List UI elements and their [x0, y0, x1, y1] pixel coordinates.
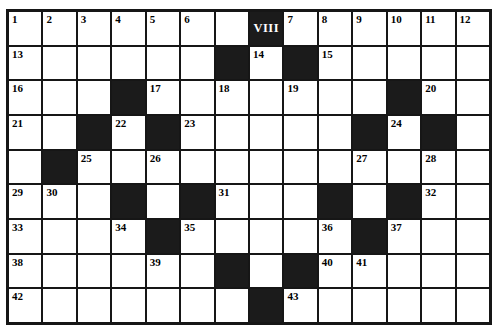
- cell-r2c10[interactable]: 15: [319, 47, 351, 80]
- cell-r2c13[interactable]: [422, 47, 454, 80]
- crossword-page: 123456VIII789101112131415161718192021222…: [0, 0, 500, 333]
- cell-r9c11[interactable]: [353, 289, 385, 322]
- cell-r9c12[interactable]: [388, 289, 420, 322]
- cell-r3c7[interactable]: 18: [216, 81, 248, 114]
- clue-number: 7: [287, 13, 293, 25]
- clue-number: 17: [150, 82, 161, 94]
- cell-r8c8[interactable]: [250, 255, 282, 288]
- cell-r2c4[interactable]: [112, 47, 144, 80]
- clue-number: 5: [150, 13, 156, 25]
- cell-r1c9[interactable]: 7: [284, 12, 316, 45]
- block-cell-r7c5: [147, 220, 179, 253]
- clue-number: 39: [150, 256, 161, 268]
- clue-number: 31: [219, 186, 230, 198]
- cell-r9c4[interactable]: [112, 289, 144, 322]
- cell-r2c14[interactable]: [457, 47, 489, 80]
- cell-r6c2[interactable]: 30: [43, 185, 75, 218]
- cell-r8c11[interactable]: 41: [353, 255, 385, 288]
- cell-r7c8[interactable]: [250, 220, 282, 253]
- cell-r4c7[interactable]: [216, 116, 248, 149]
- clue-number: 42: [12, 290, 23, 302]
- cell-r5c10[interactable]: [319, 151, 351, 184]
- cell-r1c2[interactable]: 2: [43, 12, 75, 45]
- cell-r5c7[interactable]: [216, 151, 248, 184]
- clue-number: 43: [287, 290, 298, 302]
- cell-r9c13[interactable]: [422, 289, 454, 322]
- block-cell-r6c6: [181, 185, 213, 218]
- clue-number: 26: [150, 152, 161, 164]
- cell-r8c1[interactable]: 38: [9, 255, 41, 288]
- block-cell-r4c3: [78, 116, 110, 149]
- clue-number: 30: [46, 186, 57, 198]
- clue-number: 36: [322, 221, 333, 233]
- cell-r1c12[interactable]: 10: [388, 12, 420, 45]
- cell-r7c7[interactable]: [216, 220, 248, 253]
- cell-r9c14[interactable]: [457, 289, 489, 322]
- cell-r7c2[interactable]: [43, 220, 75, 253]
- clue-number: 34: [115, 221, 126, 233]
- clue-number: 4: [115, 13, 121, 25]
- clue-number: 1: [12, 13, 18, 25]
- clue-number: 20: [425, 82, 436, 94]
- clue-number: 28: [425, 152, 436, 164]
- cell-r6c1[interactable]: 29: [9, 185, 41, 218]
- cell-r9c3[interactable]: [78, 289, 110, 322]
- clue-number: 23: [184, 117, 195, 129]
- cell-r9c10[interactable]: [319, 289, 351, 322]
- cell-r7c3[interactable]: [78, 220, 110, 253]
- cell-r7c14[interactable]: [457, 220, 489, 253]
- cell-r1c7[interactable]: [216, 12, 248, 45]
- cell-r5c13[interactable]: 28: [422, 151, 454, 184]
- cell-r7c6[interactable]: 35: [181, 220, 213, 253]
- cell-r5c6[interactable]: [181, 151, 213, 184]
- clue-number: 32: [425, 186, 436, 198]
- crossword-board: 123456VIII789101112131415161718192021222…: [6, 9, 492, 325]
- clue-number: 12: [460, 13, 471, 25]
- cell-r3c2[interactable]: [43, 81, 75, 114]
- cell-r4c9[interactable]: [284, 116, 316, 149]
- cell-r5c3[interactable]: 25: [78, 151, 110, 184]
- clue-number: 37: [391, 221, 402, 233]
- cell-r1c5[interactable]: 5: [147, 12, 179, 45]
- clue-number: 33: [12, 221, 23, 233]
- clue-number: 8: [322, 13, 328, 25]
- cell-r8c12[interactable]: [388, 255, 420, 288]
- cell-r6c7[interactable]: 31: [216, 185, 248, 218]
- clue-number: 11: [425, 13, 435, 25]
- clue-number: 21: [12, 117, 23, 129]
- block-cell-r3c4: [112, 81, 144, 114]
- clue-number: 22: [115, 117, 126, 129]
- cell-r3c13[interactable]: 20: [422, 81, 454, 114]
- cell-r1c13[interactable]: 11: [422, 12, 454, 45]
- cell-r6c13[interactable]: 32: [422, 185, 454, 218]
- cell-r4c12[interactable]: 24: [388, 116, 420, 149]
- cell-r5c4[interactable]: [112, 151, 144, 184]
- cell-r6c3[interactable]: [78, 185, 110, 218]
- block-cell-r6c4: [112, 185, 144, 218]
- cell-r2c5[interactable]: [147, 47, 179, 80]
- cell-r1c11[interactable]: 9: [353, 12, 385, 45]
- block-cell-r5c2: [43, 151, 75, 184]
- cell-r6c9[interactable]: [284, 185, 316, 218]
- cell-r2c6[interactable]: [181, 47, 213, 80]
- cell-r9c7[interactable]: [216, 289, 248, 322]
- block-cell-r2c7: [216, 47, 248, 80]
- cell-r2c11[interactable]: [353, 47, 385, 80]
- clue-number: 16: [12, 82, 23, 94]
- cell-r9c5[interactable]: [147, 289, 179, 322]
- cell-r7c9[interactable]: [284, 220, 316, 253]
- cell-r4c10[interactable]: [319, 116, 351, 149]
- cell-r5c5[interactable]: 26: [147, 151, 179, 184]
- cell-r7c4[interactable]: 34: [112, 220, 144, 253]
- block-cell-r9c8: [250, 289, 282, 322]
- cell-r2c3[interactable]: [78, 47, 110, 80]
- clue-number: 13: [12, 48, 23, 60]
- cell-r1c4[interactable]: 4: [112, 12, 144, 45]
- block-cell-r6c12: [388, 185, 420, 218]
- clue-number: 27: [356, 152, 367, 164]
- cell-r6c5[interactable]: [147, 185, 179, 218]
- clue-number: 6: [184, 13, 190, 25]
- cell-r7c13[interactable]: [422, 220, 454, 253]
- clue-number: 9: [356, 13, 362, 25]
- cell-r1c14[interactable]: 12: [457, 12, 489, 45]
- block-cell-r2c9: [284, 47, 316, 80]
- clue-number: 24: [391, 117, 402, 129]
- cell-r5c14[interactable]: [457, 151, 489, 184]
- cell-r7c10[interactable]: 36: [319, 220, 351, 253]
- cell-r3c8[interactable]: [250, 81, 282, 114]
- block-cell-r6c10: [319, 185, 351, 218]
- cell-r8c14[interactable]: [457, 255, 489, 288]
- cell-r4c8[interactable]: [250, 116, 282, 149]
- clue-number: 41: [356, 256, 367, 268]
- cell-r3c5[interactable]: 17: [147, 81, 179, 114]
- cell-r1c10[interactable]: 8: [319, 12, 351, 45]
- cell-r5c8[interactable]: [250, 151, 282, 184]
- cell-r3c1[interactable]: 16: [9, 81, 41, 114]
- clue-number: 29: [12, 186, 23, 198]
- cell-r5c9[interactable]: [284, 151, 316, 184]
- cell-r5c11[interactable]: 27: [353, 151, 385, 184]
- cell-r9c9[interactable]: 43: [284, 289, 316, 322]
- cell-r3c11[interactable]: [353, 81, 385, 114]
- cell-r9c1[interactable]: 42: [9, 289, 41, 322]
- cell-r4c1[interactable]: 21: [9, 116, 41, 149]
- cell-r1c3[interactable]: 3: [78, 12, 110, 45]
- clue-number: 19: [287, 82, 298, 94]
- cell-r8c10[interactable]: 40: [319, 255, 351, 288]
- cell-r5c1[interactable]: [9, 151, 41, 184]
- clue-number: 14: [253, 48, 264, 60]
- cell-r4c14[interactable]: [457, 116, 489, 149]
- cell-r8c2[interactable]: [43, 255, 75, 288]
- clue-number: 10: [391, 13, 402, 25]
- cell-r2c1[interactable]: 13: [9, 47, 41, 80]
- cell-r5c12[interactable]: [388, 151, 420, 184]
- cell-r4c6[interactable]: 23: [181, 116, 213, 149]
- cell-r1c6[interactable]: 6: [181, 12, 213, 45]
- block-cell-r7c11: [353, 220, 385, 253]
- clue-number: 35: [184, 221, 195, 233]
- cell-r2c12[interactable]: [388, 47, 420, 80]
- cell-r3c3[interactable]: [78, 81, 110, 114]
- clue-number: 18: [219, 82, 230, 94]
- cell-r8c6[interactable]: [181, 255, 213, 288]
- cell-r4c2[interactable]: [43, 116, 75, 149]
- block-cell-r8c7: [216, 255, 248, 288]
- block-cell-r4c13: [422, 116, 454, 149]
- cell-r8c3[interactable]: [78, 255, 110, 288]
- cell-r3c6[interactable]: [181, 81, 213, 114]
- clue-number: 25: [81, 152, 92, 164]
- clue-number: 38: [12, 256, 23, 268]
- block-cell-r3c12: [388, 81, 420, 114]
- cell-r4c4[interactable]: 22: [112, 116, 144, 149]
- cell-r2c2[interactable]: [43, 47, 75, 80]
- cell-r7c12[interactable]: 37: [388, 220, 420, 253]
- cell-r6c11[interactable]: [353, 185, 385, 218]
- clue-number: 40: [322, 256, 333, 268]
- cell-r9c6[interactable]: [181, 289, 213, 322]
- cell-r3c10[interactable]: [319, 81, 351, 114]
- clue-number: 3: [81, 13, 87, 25]
- cell-r7c1[interactable]: 33: [9, 220, 41, 253]
- cell-r9c2[interactable]: [43, 289, 75, 322]
- cell-r3c14[interactable]: [457, 81, 489, 114]
- cell-r6c14[interactable]: [457, 185, 489, 218]
- block-cell-r8c9: [284, 255, 316, 288]
- cell-r8c4[interactable]: [112, 255, 144, 288]
- cell-r2c8[interactable]: 14: [250, 47, 282, 80]
- cell-r8c13[interactable]: [422, 255, 454, 288]
- block-cell-r4c5: [147, 116, 179, 149]
- cell-r3c9[interactable]: 19: [284, 81, 316, 114]
- title-block-cell: VIII: [250, 12, 282, 45]
- clue-number: 2: [46, 13, 52, 25]
- block-cell-r4c11: [353, 116, 385, 149]
- cell-r8c5[interactable]: 39: [147, 255, 179, 288]
- clue-number: 15: [322, 48, 333, 60]
- cell-r1c1[interactable]: 1: [9, 12, 41, 45]
- cell-r6c8[interactable]: [250, 185, 282, 218]
- roman-numeral-label: VIII: [253, 21, 279, 36]
